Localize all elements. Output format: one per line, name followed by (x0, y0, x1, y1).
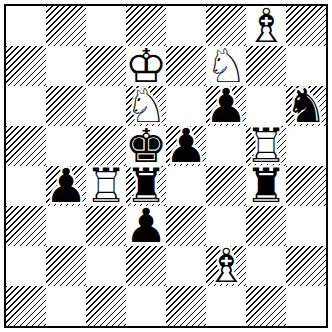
piece-black-pawn: ♟ (45, 162, 87, 209)
square-a5[interactable] (6, 126, 46, 166)
piece-halo: ♚ (125, 122, 167, 169)
chess-diagram: ♝♗♚♔♞♘♞♘♟♟♞♞♚♚♟♟♜♖♟♟♜♖♜♜♜♜♟♟♝♗ (0, 0, 332, 332)
square-e8[interactable] (166, 6, 206, 46)
piece-halo: ♞ (205, 42, 247, 89)
square-e4[interactable] (166, 166, 206, 206)
square-f7[interactable]: ♞♘ (206, 46, 246, 86)
piece-white-rook: ♖ (85, 162, 127, 209)
piece-black-king: ♚ (125, 122, 167, 169)
square-b4[interactable]: ♟♟ (46, 166, 86, 206)
square-d3[interactable]: ♟♟ (126, 206, 166, 246)
square-c7[interactable] (86, 46, 126, 86)
square-b1[interactable] (46, 286, 86, 326)
piece-white-rook: ♖ (245, 122, 287, 169)
square-g5[interactable]: ♜♖ (246, 126, 286, 166)
piece-halo: ♜ (85, 162, 127, 209)
square-h6[interactable]: ♞♞ (286, 86, 326, 126)
square-g1[interactable] (246, 286, 286, 326)
square-h5[interactable] (286, 126, 326, 166)
square-h4[interactable] (286, 166, 326, 206)
square-h8[interactable] (286, 6, 326, 46)
square-g8[interactable]: ♝♗ (246, 6, 286, 46)
square-f3[interactable] (206, 206, 246, 246)
piece-halo: ♝ (205, 242, 247, 289)
square-a1[interactable] (6, 286, 46, 326)
square-g6[interactable] (246, 86, 286, 126)
square-a3[interactable] (6, 206, 46, 246)
square-g7[interactable] (246, 46, 286, 86)
square-g2[interactable] (246, 246, 286, 286)
square-e3[interactable] (166, 206, 206, 246)
square-d8[interactable] (126, 6, 166, 46)
piece-white-knight: ♘ (205, 42, 247, 89)
square-c3[interactable] (86, 206, 126, 246)
chess-board: ♝♗♚♔♞♘♞♘♟♟♞♞♚♚♟♟♜♖♟♟♜♖♜♜♜♜♟♟♝♗ (6, 6, 326, 326)
piece-white-king: ♔ (125, 42, 167, 89)
square-a4[interactable] (6, 166, 46, 206)
piece-halo: ♝ (245, 2, 287, 49)
square-d7[interactable]: ♚♔ (126, 46, 166, 86)
square-b7[interactable] (46, 46, 86, 86)
piece-black-pawn: ♟ (205, 82, 247, 129)
piece-white-knight: ♘ (125, 82, 167, 129)
square-g3[interactable] (246, 206, 286, 246)
square-h7[interactable] (286, 46, 326, 86)
piece-black-knight: ♞ (285, 82, 327, 129)
piece-halo: ♜ (245, 122, 287, 169)
piece-halo: ♟ (45, 162, 87, 209)
square-f2[interactable]: ♝♗ (206, 246, 246, 286)
square-h2[interactable] (286, 246, 326, 286)
square-b5[interactable] (46, 126, 86, 166)
square-a6[interactable] (6, 86, 46, 126)
square-c2[interactable] (86, 246, 126, 286)
square-f8[interactable] (206, 6, 246, 46)
square-f5[interactable] (206, 126, 246, 166)
square-d4[interactable]: ♜♜ (126, 166, 166, 206)
square-a2[interactable] (6, 246, 46, 286)
piece-black-rook: ♜ (125, 162, 167, 209)
square-e2[interactable] (166, 246, 206, 286)
square-h3[interactable] (286, 206, 326, 246)
square-c4[interactable]: ♜♖ (86, 166, 126, 206)
piece-black-pawn: ♟ (125, 202, 167, 249)
square-f1[interactable] (206, 286, 246, 326)
square-a7[interactable] (6, 46, 46, 86)
square-b2[interactable] (46, 246, 86, 286)
square-e1[interactable] (166, 286, 206, 326)
piece-halo: ♜ (125, 162, 167, 209)
piece-halo: ♟ (125, 202, 167, 249)
square-c1[interactable] (86, 286, 126, 326)
piece-halo: ♟ (165, 122, 207, 169)
square-g4[interactable]: ♜♜ (246, 166, 286, 206)
square-d6[interactable]: ♞♘ (126, 86, 166, 126)
square-e6[interactable] (166, 86, 206, 126)
piece-halo: ♚ (125, 42, 167, 89)
piece-black-rook: ♜ (245, 162, 287, 209)
square-c6[interactable] (86, 86, 126, 126)
square-h1[interactable] (286, 286, 326, 326)
square-e7[interactable] (166, 46, 206, 86)
square-b8[interactable] (46, 6, 86, 46)
square-f6[interactable]: ♟♟ (206, 86, 246, 126)
square-f4[interactable] (206, 166, 246, 206)
square-e5[interactable]: ♟♟ (166, 126, 206, 166)
square-b3[interactable] (46, 206, 86, 246)
piece-halo: ♞ (125, 82, 167, 129)
square-c8[interactable] (86, 6, 126, 46)
square-a8[interactable] (6, 6, 46, 46)
piece-halo: ♜ (245, 162, 287, 209)
square-d1[interactable] (126, 286, 166, 326)
piece-halo: ♟ (205, 82, 247, 129)
square-b6[interactable] (46, 86, 86, 126)
square-c5[interactable] (86, 126, 126, 166)
board-frame: ♝♗♚♔♞♘♞♘♟♟♞♞♚♚♟♟♜♖♟♟♜♖♜♜♜♜♟♟♝♗ (4, 4, 328, 328)
square-d5[interactable]: ♚♚ (126, 126, 166, 166)
square-d2[interactable] (126, 246, 166, 286)
piece-white-bishop: ♗ (205, 242, 247, 289)
piece-black-pawn: ♟ (165, 122, 207, 169)
piece-halo: ♞ (285, 82, 327, 129)
piece-white-bishop: ♗ (245, 2, 287, 49)
